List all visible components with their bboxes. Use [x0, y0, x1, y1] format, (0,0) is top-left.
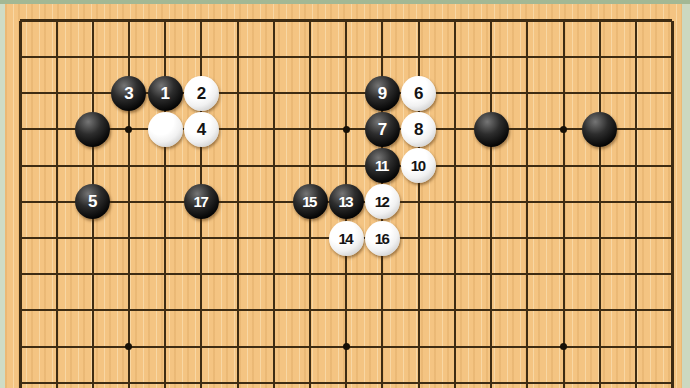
white-stone-move-16: 16 — [365, 221, 400, 256]
board-intersection — [2, 220, 38, 256]
board-intersection — [618, 75, 654, 111]
board-intersection — [220, 184, 256, 220]
board-intersection — [509, 3, 545, 39]
board-intersection — [147, 39, 183, 75]
board-intersection — [111, 329, 147, 365]
board-intersection — [582, 3, 618, 39]
board-intersection — [75, 365, 111, 388]
board-intersection — [509, 292, 545, 328]
board-intersection — [111, 3, 147, 39]
black-stone-move-17: 17 — [184, 184, 219, 219]
board-intersection: 10 — [401, 147, 437, 183]
board-intersection — [328, 256, 364, 292]
board-intersection: 2 — [183, 75, 219, 111]
black-stone-move-7: 7 — [365, 112, 400, 147]
board-intersection — [473, 39, 509, 75]
move-number-label: 4 — [197, 121, 206, 138]
board-intersection — [437, 292, 473, 328]
board-intersection — [183, 365, 219, 388]
board-intersection — [220, 75, 256, 111]
move-number-label: 6 — [414, 85, 423, 102]
board-intersection — [473, 75, 509, 111]
star-point — [125, 343, 132, 350]
board-intersection — [509, 365, 545, 388]
board-intersection — [545, 184, 581, 220]
board-intersection — [473, 3, 509, 39]
board-intersection — [75, 111, 111, 147]
board-intersection — [38, 111, 74, 147]
board-intersection — [582, 365, 618, 388]
board-intersection — [473, 220, 509, 256]
move-number-label: 17 — [194, 194, 208, 209]
board-intersection: 13 — [328, 184, 364, 220]
board-intersection — [147, 111, 183, 147]
board-intersection — [220, 292, 256, 328]
board-intersection — [401, 184, 437, 220]
white-stone-move-10: 10 — [401, 148, 436, 183]
board-intersection — [2, 256, 38, 292]
board-intersection: 17 — [183, 184, 219, 220]
board-intersection — [437, 184, 473, 220]
board-intersection — [2, 365, 38, 388]
board-intersection: 12 — [364, 184, 400, 220]
board-intersection — [220, 39, 256, 75]
board-intersection — [582, 111, 618, 147]
board-intersection: 5 — [75, 184, 111, 220]
move-number-label: 8 — [414, 121, 423, 138]
board-intersection: 16 — [364, 220, 400, 256]
board-intersection — [582, 184, 618, 220]
board-intersection — [582, 75, 618, 111]
board-intersection — [75, 3, 111, 39]
board-intersection — [2, 3, 38, 39]
move-number-label: 12 — [375, 194, 389, 209]
board-intersection — [545, 256, 581, 292]
board-intersection — [256, 184, 292, 220]
white-stone-move-14: 14 — [329, 221, 364, 256]
board-intersection — [256, 256, 292, 292]
board-intersection — [509, 147, 545, 183]
board-intersection — [220, 111, 256, 147]
board-intersection — [401, 220, 437, 256]
board-intersection — [111, 39, 147, 75]
board-intersection — [473, 365, 509, 388]
board-intersection: 14 — [328, 220, 364, 256]
board-intersection — [545, 147, 581, 183]
board-intersection — [437, 75, 473, 111]
board-intersection — [364, 292, 400, 328]
board-intersection — [618, 292, 654, 328]
board-intersection — [292, 3, 328, 39]
board-intersection — [582, 39, 618, 75]
board-intersection — [618, 39, 654, 75]
board-intersection — [256, 147, 292, 183]
black-stone — [75, 112, 110, 147]
board-intersection — [75, 75, 111, 111]
board-intersection — [111, 111, 147, 147]
move-number-label: 7 — [378, 121, 387, 138]
white-stone-move-6: 6 — [401, 76, 436, 111]
board-intersection — [509, 220, 545, 256]
board-intersection — [364, 256, 400, 292]
board-intersection — [509, 184, 545, 220]
board-intersection — [38, 329, 74, 365]
board-intersection — [545, 75, 581, 111]
board-intersection — [509, 75, 545, 111]
board-intersection — [545, 111, 581, 147]
board-intersection — [2, 111, 38, 147]
board-intersection — [473, 111, 509, 147]
board-intersection — [75, 220, 111, 256]
board-intersection — [545, 39, 581, 75]
board-intersection — [328, 39, 364, 75]
board-intersection — [437, 111, 473, 147]
board-intersection — [111, 220, 147, 256]
white-stone-move-12: 12 — [365, 184, 400, 219]
star-point — [343, 126, 350, 133]
board-intersection — [256, 111, 292, 147]
board-intersection — [256, 3, 292, 39]
board-intersection — [183, 220, 219, 256]
board-intersection — [147, 147, 183, 183]
board-intersection — [38, 292, 74, 328]
white-stone-move-2: 2 — [184, 76, 219, 111]
board-intersection — [111, 184, 147, 220]
board-intersection — [183, 256, 219, 292]
board-intersection — [509, 256, 545, 292]
board-intersection — [220, 3, 256, 39]
board-intersection — [38, 147, 74, 183]
black-stone-move-9: 9 — [365, 76, 400, 111]
board-intersection — [473, 147, 509, 183]
board-intersection — [2, 184, 38, 220]
board-intersection — [618, 147, 654, 183]
black-stone-move-1: 1 — [148, 76, 183, 111]
board-intersection — [256, 365, 292, 388]
board-intersection — [401, 329, 437, 365]
board-intersection — [147, 184, 183, 220]
board-intersection — [509, 329, 545, 365]
board-intersection — [328, 292, 364, 328]
board-intersection — [582, 292, 618, 328]
black-stone-move-13: 13 — [329, 184, 364, 219]
board-intersection — [473, 292, 509, 328]
board-intersection — [292, 75, 328, 111]
board-intersection — [437, 256, 473, 292]
board-intersection — [220, 256, 256, 292]
board-intersection — [38, 220, 74, 256]
black-stone-move-15: 15 — [293, 184, 328, 219]
board-intersection — [256, 220, 292, 256]
board-intersection — [38, 256, 74, 292]
board-intersection — [220, 365, 256, 388]
board-intersection — [437, 365, 473, 388]
move-number-label: 14 — [338, 231, 352, 246]
board-intersection — [183, 292, 219, 328]
board-intersection — [111, 147, 147, 183]
move-number-label: 13 — [338, 194, 352, 209]
star-point — [125, 126, 132, 133]
board-intersection — [111, 292, 147, 328]
board-intersection — [618, 184, 654, 220]
board-intersection — [364, 365, 400, 388]
board-intersection — [292, 39, 328, 75]
board-intersection — [75, 39, 111, 75]
move-number-label: 11 — [375, 158, 388, 173]
board-intersection — [328, 111, 364, 147]
board-intersection — [2, 292, 38, 328]
board-intersection — [38, 365, 74, 388]
board-intersection — [75, 329, 111, 365]
white-stone-move-4: 4 — [184, 112, 219, 147]
board-intersection — [545, 3, 581, 39]
board-intersection: 9 — [364, 75, 400, 111]
move-number-label: 1 — [160, 85, 169, 102]
board-intersection — [183, 39, 219, 75]
go-diagram-screenshot: 3129647811105171513121416 — [0, 0, 690, 388]
move-number-label: 15 — [302, 194, 316, 209]
move-number-label: 5 — [88, 193, 97, 210]
board-intersection — [111, 365, 147, 388]
star-point — [560, 126, 567, 133]
board-intersection — [147, 256, 183, 292]
board-intersection — [618, 111, 654, 147]
board-intersection — [2, 39, 38, 75]
black-stone — [474, 112, 509, 147]
board-intersection — [292, 220, 328, 256]
board-intersection — [220, 147, 256, 183]
board-intersection — [183, 147, 219, 183]
board-intersection — [545, 220, 581, 256]
board-intersection — [292, 147, 328, 183]
board-intersection — [147, 220, 183, 256]
board-intersection — [618, 3, 654, 39]
board-intersection — [220, 220, 256, 256]
board-intersection — [292, 292, 328, 328]
move-number-label: 10 — [411, 158, 425, 173]
board-intersection: 8 — [401, 111, 437, 147]
board-intersection — [292, 329, 328, 365]
go-board: 3129647811105171513121416 — [2, 3, 690, 388]
star-point — [343, 343, 350, 350]
board-intersection — [2, 329, 38, 365]
board-intersection — [401, 3, 437, 39]
board-intersection — [292, 365, 328, 388]
board-intersection — [256, 329, 292, 365]
board-intersection — [509, 39, 545, 75]
page-edge-strip-right — [682, 0, 690, 388]
board-intersection — [328, 3, 364, 39]
board-intersection — [183, 329, 219, 365]
board-intersection — [292, 111, 328, 147]
board-intersection — [509, 111, 545, 147]
board-intersection — [618, 220, 654, 256]
board-intersection: 3 — [111, 75, 147, 111]
board-intersection — [437, 147, 473, 183]
board-intersection — [38, 3, 74, 39]
board-intersection — [38, 184, 74, 220]
board-intersection — [183, 3, 219, 39]
board-intersection — [545, 329, 581, 365]
black-stone-move-11: 11 — [365, 148, 400, 183]
move-number-label: 3 — [124, 85, 133, 102]
board-intersection — [328, 147, 364, 183]
board-intersection — [618, 329, 654, 365]
board-intersection — [256, 75, 292, 111]
white-stone-move-8: 8 — [401, 112, 436, 147]
board-intersection — [38, 39, 74, 75]
board-intersection — [473, 329, 509, 365]
board-intersection: 15 — [292, 184, 328, 220]
board-intersection: 6 — [401, 75, 437, 111]
page-edge-strip-left — [0, 0, 5, 388]
board-intersection — [38, 75, 74, 111]
board-intersection — [437, 3, 473, 39]
board-intersection — [111, 256, 147, 292]
board-intersection — [582, 256, 618, 292]
board-intersection — [328, 365, 364, 388]
board-intersection — [147, 365, 183, 388]
move-number-label: 2 — [197, 85, 206, 102]
board-intersection — [545, 292, 581, 328]
board-intersection — [401, 365, 437, 388]
board-intersection — [220, 329, 256, 365]
board-intersection — [618, 365, 654, 388]
board-intersection — [437, 39, 473, 75]
board-intersection — [364, 3, 400, 39]
board-intersection — [545, 365, 581, 388]
board-intersection: 4 — [183, 111, 219, 147]
board-intersection — [473, 256, 509, 292]
star-point — [560, 343, 567, 350]
board-intersection — [401, 39, 437, 75]
board-intersection — [364, 329, 400, 365]
black-stone-move-3: 3 — [111, 76, 146, 111]
board-intersection — [401, 256, 437, 292]
board-intersection — [256, 292, 292, 328]
board-intersection — [75, 147, 111, 183]
board-intersection — [147, 329, 183, 365]
white-stone — [148, 112, 183, 147]
board-intersection — [2, 75, 38, 111]
board-intersection — [618, 256, 654, 292]
board-intersection — [328, 75, 364, 111]
board-intersection — [582, 147, 618, 183]
board-intersection — [582, 220, 618, 256]
board-intersection — [147, 3, 183, 39]
black-stone — [582, 112, 617, 147]
board-intersection — [582, 329, 618, 365]
board-intersection — [364, 39, 400, 75]
board-intersection — [401, 292, 437, 328]
board-intersection: 1 — [147, 75, 183, 111]
board-intersection — [437, 329, 473, 365]
board-intersection: 11 — [364, 147, 400, 183]
board-intersection — [147, 292, 183, 328]
board-intersection — [437, 220, 473, 256]
board-intersection — [292, 256, 328, 292]
black-stone-move-5: 5 — [75, 184, 110, 219]
board-intersection — [473, 184, 509, 220]
move-number-label: 16 — [375, 231, 389, 246]
board-intersection: 7 — [364, 111, 400, 147]
move-number-label: 9 — [378, 85, 387, 102]
board-intersection — [256, 39, 292, 75]
board-intersection — [75, 292, 111, 328]
board-intersection — [75, 256, 111, 292]
page-edge-strip-top — [0, 0, 690, 4]
board-intersection — [2, 147, 38, 183]
board-intersection — [328, 329, 364, 365]
